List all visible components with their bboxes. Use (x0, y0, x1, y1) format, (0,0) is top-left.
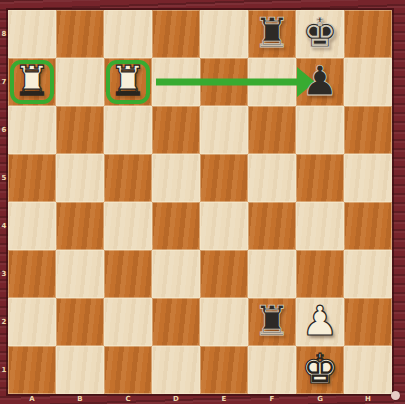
square-a7[interactable]: ♜ (8, 58, 56, 106)
square-a2[interactable] (8, 298, 56, 346)
square-h2[interactable] (344, 298, 392, 346)
square-e7[interactable] (200, 58, 248, 106)
square-a3[interactable] (8, 250, 56, 298)
square-h8[interactable] (344, 10, 392, 58)
square-e2[interactable] (200, 298, 248, 346)
rank-label-1: 1 (0, 366, 8, 374)
square-d3[interactable] (152, 250, 200, 298)
chess-board-frame: ♜♚♜♜♟♜♟♚ 87654321ABCDEFGH (0, 0, 405, 404)
square-a8[interactable] (8, 10, 56, 58)
square-e1[interactable] (200, 346, 248, 394)
square-f8[interactable]: ♜ (248, 10, 296, 58)
square-b6[interactable] (56, 106, 104, 154)
rank-label-8: 8 (0, 30, 8, 38)
rank-label-6: 6 (0, 126, 8, 134)
square-h3[interactable] (344, 250, 392, 298)
square-h1[interactable] (344, 346, 392, 394)
square-b7[interactable] (56, 58, 104, 106)
square-g8[interactable]: ♚ (296, 10, 344, 58)
square-f2[interactable]: ♜ (248, 298, 296, 346)
white-rook-c7[interactable]: ♜ (104, 58, 152, 106)
square-d2[interactable] (152, 298, 200, 346)
white-pawn-g2[interactable]: ♟ (296, 298, 344, 346)
square-d1[interactable] (152, 346, 200, 394)
square-d6[interactable] (152, 106, 200, 154)
square-c6[interactable] (104, 106, 152, 154)
square-g3[interactable] (296, 250, 344, 298)
file-label-g: G (296, 394, 344, 404)
rank-label-4: 4 (0, 222, 8, 230)
black-rook-f2[interactable]: ♜ (248, 298, 296, 346)
square-h6[interactable] (344, 106, 392, 154)
square-b5[interactable] (56, 154, 104, 202)
square-c4[interactable] (104, 202, 152, 250)
square-f1[interactable] (248, 346, 296, 394)
square-b8[interactable] (56, 10, 104, 58)
square-c7[interactable]: ♜ (104, 58, 152, 106)
rank-label-7: 7 (0, 78, 8, 86)
square-a1[interactable] (8, 346, 56, 394)
square-h4[interactable] (344, 202, 392, 250)
square-h7[interactable] (344, 58, 392, 106)
square-a5[interactable] (8, 154, 56, 202)
square-d4[interactable] (152, 202, 200, 250)
rank-label-2: 2 (0, 318, 8, 326)
square-d5[interactable] (152, 154, 200, 202)
file-label-c: C (104, 394, 152, 404)
square-c8[interactable] (104, 10, 152, 58)
black-pawn-g7[interactable]: ♟ (296, 58, 344, 106)
square-b4[interactable] (56, 202, 104, 250)
square-e8[interactable] (200, 10, 248, 58)
square-d7[interactable] (152, 58, 200, 106)
square-c1[interactable] (104, 346, 152, 394)
square-e4[interactable] (200, 202, 248, 250)
square-f5[interactable] (248, 154, 296, 202)
file-label-f: F (248, 394, 296, 404)
file-label-d: D (152, 394, 200, 404)
square-c5[interactable] (104, 154, 152, 202)
square-e6[interactable] (200, 106, 248, 154)
rank-label-3: 3 (0, 270, 8, 278)
white-king-g1[interactable]: ♚ (296, 346, 344, 394)
square-b3[interactable] (56, 250, 104, 298)
square-g7[interactable]: ♟ (296, 58, 344, 106)
square-c3[interactable] (104, 250, 152, 298)
file-label-b: B (56, 394, 104, 404)
square-g2[interactable]: ♟ (296, 298, 344, 346)
square-g4[interactable] (296, 202, 344, 250)
square-f6[interactable] (248, 106, 296, 154)
black-king-g8[interactable]: ♚ (296, 10, 344, 58)
square-a6[interactable] (8, 106, 56, 154)
square-c2[interactable] (104, 298, 152, 346)
white-rook-a7[interactable]: ♜ (8, 58, 56, 106)
square-a4[interactable] (8, 202, 56, 250)
square-e5[interactable] (200, 154, 248, 202)
square-g1[interactable]: ♚ (296, 346, 344, 394)
square-b2[interactable] (56, 298, 104, 346)
file-label-h: H (344, 394, 392, 404)
file-label-a: A (8, 394, 56, 404)
chess-board[interactable]: ♜♚♜♜♟♜♟♚ (8, 10, 392, 394)
square-b1[interactable] (56, 346, 104, 394)
square-g6[interactable] (296, 106, 344, 154)
square-g5[interactable] (296, 154, 344, 202)
square-e3[interactable] (200, 250, 248, 298)
rank-label-5: 5 (0, 174, 8, 182)
square-f3[interactable] (248, 250, 296, 298)
square-h5[interactable] (344, 154, 392, 202)
square-f4[interactable] (248, 202, 296, 250)
black-rook-f8[interactable]: ♜ (248, 10, 296, 58)
file-label-e: E (200, 394, 248, 404)
square-d8[interactable] (152, 10, 200, 58)
square-f7[interactable] (248, 58, 296, 106)
side-to-move-indicator (391, 391, 400, 400)
